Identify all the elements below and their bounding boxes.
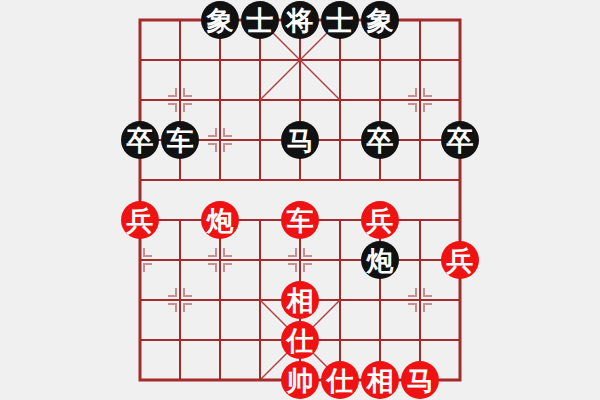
piece-象-black[interactable]: 象	[201, 1, 239, 39]
piece-卒-black[interactable]: 卒	[441, 121, 479, 159]
piece-象-black[interactable]: 象	[361, 1, 399, 39]
piece-马-black[interactable]: 马	[281, 121, 319, 159]
piece-相-red[interactable]: 相	[281, 281, 319, 319]
piece-士-black[interactable]: 士	[241, 1, 279, 39]
piece-兵-red[interactable]: 兵	[361, 201, 399, 239]
piece-炮-black[interactable]: 炮	[361, 241, 399, 279]
piece-卒-black[interactable]: 卒	[361, 121, 399, 159]
piece-兵-red[interactable]: 兵	[441, 241, 479, 279]
piece-车-red[interactable]: 车	[281, 201, 319, 239]
piece-士-black[interactable]: 士	[321, 1, 359, 39]
piece-帅-red[interactable]: 帅	[281, 361, 319, 399]
piece-仕-red[interactable]: 仕	[321, 361, 359, 399]
piece-卒-black[interactable]: 卒	[121, 121, 159, 159]
piece-兵-red[interactable]: 兵	[121, 201, 159, 239]
piece-将-black[interactable]: 将	[281, 1, 319, 39]
piece-车-black[interactable]: 车	[161, 121, 199, 159]
board-grid[interactable]: 象士将士象卒车马卒卒兵炮车兵炮兵相仕帅仕相马	[120, 0, 480, 400]
xiangqi-board: 象士将士象卒车马卒卒兵炮车兵炮兵相仕帅仕相马	[0, 0, 600, 400]
piece-马-red[interactable]: 马	[401, 361, 439, 399]
piece-相-red[interactable]: 相	[361, 361, 399, 399]
piece-炮-red[interactable]: 炮	[201, 201, 239, 239]
piece-仕-red[interactable]: 仕	[281, 321, 319, 359]
